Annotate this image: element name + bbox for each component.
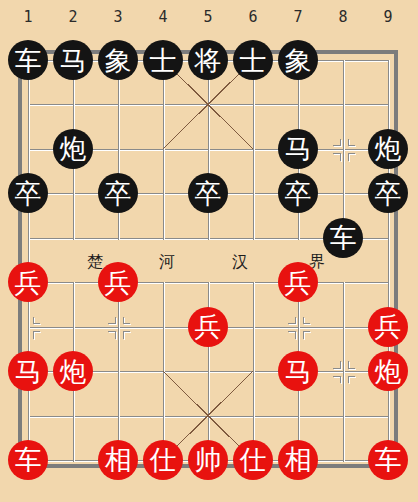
piece-red-chariot[interactable]: 车	[368, 440, 408, 480]
piece-black-elephant[interactable]: 象	[278, 40, 318, 80]
river-char-1: 楚	[87, 252, 103, 273]
column-label-7: 7	[293, 8, 302, 26]
piece-red-chariot[interactable]: 车	[8, 440, 48, 480]
piece-black-advisor[interactable]: 士	[233, 40, 273, 80]
piece-red-horse[interactable]: 马	[8, 351, 48, 391]
column-label-2: 2	[68, 8, 77, 26]
piece-red-soldier[interactable]: 兵	[188, 307, 228, 347]
column-label-4: 4	[158, 8, 167, 26]
column-label-3: 3	[113, 8, 122, 26]
piece-black-horse[interactable]: 马	[53, 40, 93, 80]
piece-black-advisor[interactable]: 士	[143, 40, 183, 80]
piece-red-advisor[interactable]: 仕	[233, 440, 273, 480]
column-label-6: 6	[248, 8, 257, 26]
piece-black-chariot[interactable]: 车	[8, 40, 48, 80]
column-label-1: 1	[23, 8, 32, 26]
piece-red-soldier[interactable]: 兵	[278, 262, 318, 302]
piece-red-cannon[interactable]: 炮	[53, 351, 93, 391]
piece-red-soldier[interactable]: 兵	[98, 262, 138, 302]
piece-red-cannon[interactable]: 炮	[368, 351, 408, 391]
piece-red-soldier[interactable]: 兵	[8, 262, 48, 302]
piece-black-elephant[interactable]: 象	[98, 40, 138, 80]
piece-black-cannon[interactable]: 炮	[53, 129, 93, 169]
piece-red-advisor[interactable]: 仕	[143, 440, 183, 480]
column-labels: 123456789	[0, 0, 418, 34]
piece-red-elephant[interactable]: 相	[278, 440, 318, 480]
piece-black-general[interactable]: 将	[188, 40, 228, 80]
column-label-5: 5	[203, 8, 212, 26]
river-char-2: 河	[159, 252, 175, 273]
river-char-3: 汉	[232, 252, 248, 273]
xiangqi-board-screen: 123456789 楚河汉界 车马象士将士象炮马炮卒卒卒卒卒车兵兵兵兵兵马炮马炮…	[0, 0, 418, 502]
column-label-9: 9	[383, 8, 392, 26]
piece-red-soldier[interactable]: 兵	[368, 307, 408, 347]
column-label-8: 8	[338, 8, 347, 26]
piece-black-chariot[interactable]: 车	[323, 218, 363, 258]
piece-red-elephant[interactable]: 相	[98, 440, 138, 480]
piece-black-horse[interactable]: 马	[278, 129, 318, 169]
piece-black-cannon[interactable]: 炮	[368, 129, 408, 169]
piece-red-horse[interactable]: 马	[278, 351, 318, 391]
piece-red-general[interactable]: 帅	[188, 440, 228, 480]
